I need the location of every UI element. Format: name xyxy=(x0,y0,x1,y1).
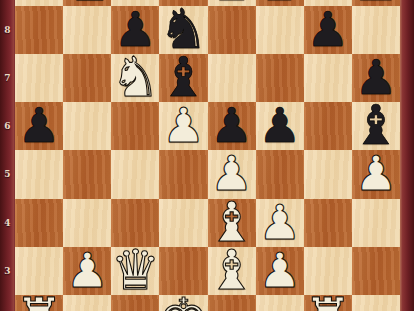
square-d1[interactable]: ♚ xyxy=(159,295,207,311)
square-g3[interactable] xyxy=(304,199,352,247)
square-b2[interactable]: ♟ xyxy=(63,247,111,295)
square-h7[interactable] xyxy=(352,6,400,54)
piece-black-queen-f8: ♛ xyxy=(255,0,304,5)
piece-black-pawn-a5: ♟ xyxy=(18,101,61,149)
square-b6[interactable] xyxy=(63,54,111,102)
square-b8[interactable]: ♞ xyxy=(63,0,111,6)
piece-white-pawn-h4: ♟ xyxy=(354,149,397,197)
piece-white-rook-a1: ♜ xyxy=(14,294,63,311)
square-b7[interactable] xyxy=(63,6,111,54)
square-b3[interactable] xyxy=(63,199,111,247)
square-b4[interactable] xyxy=(63,150,111,198)
rank-label-6: 6 xyxy=(0,121,15,131)
square-c4[interactable] xyxy=(111,150,159,198)
square-h8[interactable]: ♜ xyxy=(352,0,400,6)
square-a4[interactable] xyxy=(15,150,63,198)
piece-white-pawn-b2: ♟ xyxy=(66,246,109,294)
square-f5[interactable]: ♟ xyxy=(256,102,304,150)
rank-label-7: 7 xyxy=(0,73,15,83)
piece-white-pawn-f2: ♟ xyxy=(258,246,301,294)
piece-white-knight-b8: ♞ xyxy=(63,0,112,5)
square-a3[interactable] xyxy=(15,199,63,247)
square-e5[interactable]: ♟ xyxy=(208,102,256,150)
square-g5[interactable] xyxy=(304,102,352,150)
square-f6[interactable] xyxy=(256,54,304,102)
square-f2[interactable]: ♟ xyxy=(256,247,304,295)
square-f8[interactable]: ♛ xyxy=(256,0,304,6)
square-e2[interactable]: ♝ xyxy=(208,247,256,295)
piece-white-pawn-d5: ♟ xyxy=(162,101,205,149)
square-d3[interactable] xyxy=(159,199,207,247)
board-frame-right xyxy=(400,0,414,311)
piece-white-king-d1: ♚ xyxy=(159,294,208,311)
square-a7[interactable] xyxy=(15,6,63,54)
square-e7[interactable] xyxy=(208,6,256,54)
piece-white-bishop-e2: ♝ xyxy=(207,246,256,294)
chess-diagram: ♞♚♛♜♟♞♟♞♝♟♟♟♟♟♝♟♟♝♟♟♛♝♟♜♚♜ 87654321 xyxy=(0,0,414,311)
piece-black-king-e8: ♚ xyxy=(207,0,256,5)
square-h2[interactable] xyxy=(352,247,400,295)
piece-black-pawn-e5: ♟ xyxy=(210,101,253,149)
square-h4[interactable]: ♟ xyxy=(352,150,400,198)
square-h1[interactable] xyxy=(352,295,400,311)
square-h5[interactable]: ♝ xyxy=(352,102,400,150)
piece-black-bishop-h5: ♝ xyxy=(351,101,400,149)
chess-board: ♞♚♛♜♟♞♟♞♝♟♟♟♟♟♝♟♟♝♟♟♛♝♟♜♚♜ xyxy=(15,0,400,311)
square-a5[interactable]: ♟ xyxy=(15,102,63,150)
square-c5[interactable] xyxy=(111,102,159,150)
square-f3[interactable]: ♟ xyxy=(256,199,304,247)
piece-black-rook-h8: ♜ xyxy=(351,0,400,5)
square-h3[interactable] xyxy=(352,199,400,247)
piece-black-bishop-d6: ♝ xyxy=(159,53,208,101)
piece-white-pawn-f3: ♟ xyxy=(258,198,301,246)
square-c2[interactable]: ♛ xyxy=(111,247,159,295)
square-g6[interactable] xyxy=(304,54,352,102)
square-d4[interactable] xyxy=(159,150,207,198)
square-d6[interactable]: ♝ xyxy=(159,54,207,102)
board-frame-left: 87654321 xyxy=(0,0,15,311)
rank-label-4: 4 xyxy=(0,218,15,228)
square-f4[interactable] xyxy=(256,150,304,198)
square-g7[interactable]: ♟ xyxy=(304,6,352,54)
piece-white-queen-c2: ♛ xyxy=(111,246,160,294)
square-b5[interactable] xyxy=(63,102,111,150)
rank-label-3: 3 xyxy=(0,266,15,276)
piece-black-pawn-g7: ♟ xyxy=(306,5,349,53)
square-e6[interactable] xyxy=(208,54,256,102)
piece-white-rook-g1: ♜ xyxy=(303,294,352,311)
square-e8[interactable]: ♚ xyxy=(208,0,256,6)
square-c6[interactable]: ♞ xyxy=(111,54,159,102)
square-a1[interactable]: ♜ xyxy=(15,295,63,311)
rank-label-8: 8 xyxy=(0,25,15,35)
piece-white-knight-c6: ♞ xyxy=(111,53,160,101)
piece-black-pawn-f5: ♟ xyxy=(258,101,301,149)
square-f7[interactable] xyxy=(256,6,304,54)
square-d5[interactable]: ♟ xyxy=(159,102,207,150)
square-g4[interactable] xyxy=(304,150,352,198)
square-a6[interactable] xyxy=(15,54,63,102)
square-g1[interactable]: ♜ xyxy=(304,295,352,311)
rank-label-5: 5 xyxy=(0,169,15,179)
